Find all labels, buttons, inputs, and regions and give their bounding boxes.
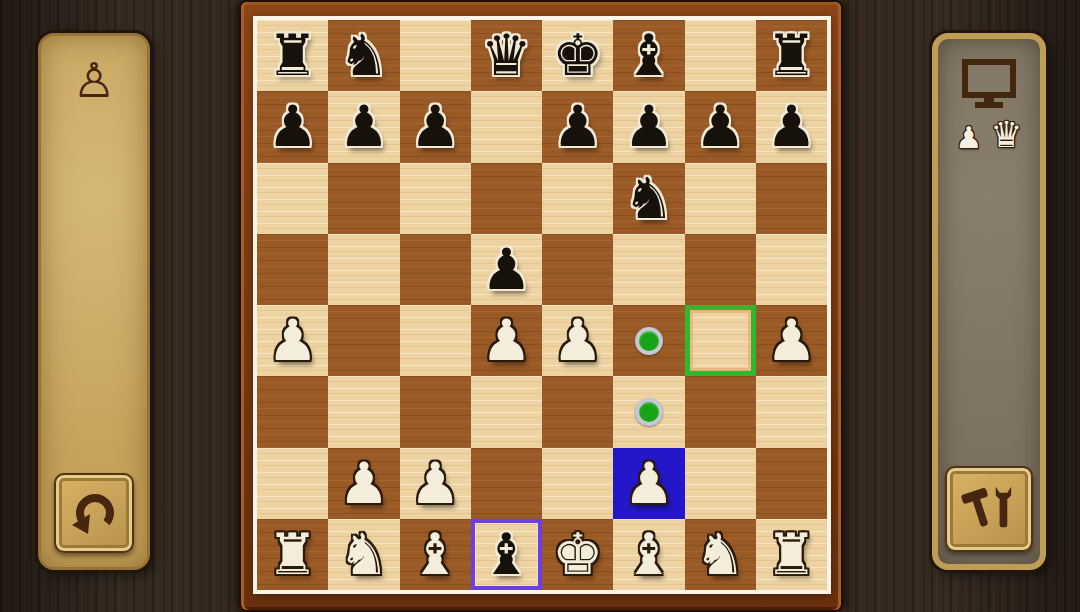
- square-c6[interactable]: [400, 163, 471, 234]
- square-e4[interactable]: ♟: [542, 305, 613, 376]
- piece-black-pawn: ♟: [267, 98, 318, 155]
- square-b3[interactable]: [328, 376, 399, 447]
- piece-black-pawn: ♟: [410, 98, 461, 155]
- square-e7[interactable]: ♟: [542, 91, 613, 162]
- square-d7[interactable]: [471, 91, 542, 162]
- square-e3[interactable]: [542, 376, 613, 447]
- square-b5[interactable]: [328, 234, 399, 305]
- board-inner-border: ♜♞♛♚♝♜♟♟♟♟♟♟♟♞♟♟♟♟♟♟♟♟♜♞♝♝♚♝♞♜: [253, 16, 831, 594]
- piece-white-knight: ♞: [338, 526, 389, 583]
- undo-button[interactable]: [54, 473, 134, 553]
- square-c4[interactable]: [400, 305, 471, 376]
- square-h5[interactable]: [756, 234, 827, 305]
- settings-button[interactable]: [945, 466, 1033, 552]
- computer-monitor-icon: [961, 59, 1017, 109]
- square-a6[interactable]: [257, 163, 328, 234]
- piece-black-king: ♚: [552, 27, 603, 84]
- player-panel-human: ♙: [38, 33, 150, 570]
- piece-white-pawn: ♟: [338, 455, 389, 512]
- square-h8[interactable]: ♜: [756, 20, 827, 91]
- square-a4[interactable]: ♟: [257, 305, 328, 376]
- piece-white-pawn: ♟: [766, 312, 817, 369]
- piece-black-queen: ♛: [481, 27, 532, 84]
- piece-white-king: ♚: [552, 526, 603, 583]
- square-c8[interactable]: [400, 20, 471, 91]
- square-h4[interactable]: ♟: [756, 305, 827, 376]
- piece-black-pawn: ♟: [552, 98, 603, 155]
- tools-icon: [960, 483, 1018, 535]
- legal-move-dot: [635, 398, 663, 426]
- square-g6[interactable]: [685, 163, 756, 234]
- square-d5[interactable]: ♟: [471, 234, 542, 305]
- piece-white-rook: ♜: [766, 526, 817, 583]
- square-e5[interactable]: [542, 234, 613, 305]
- square-d2[interactable]: [471, 448, 542, 519]
- square-a2[interactable]: [257, 448, 328, 519]
- square-c7[interactable]: ♟: [400, 91, 471, 162]
- square-h7[interactable]: ♟: [756, 91, 827, 162]
- square-g1[interactable]: ♞: [685, 519, 756, 590]
- square-b6[interactable]: [328, 163, 399, 234]
- square-f5[interactable]: [613, 234, 684, 305]
- square-g3[interactable]: [685, 376, 756, 447]
- square-a1[interactable]: ♜: [257, 519, 328, 590]
- square-d3[interactable]: [471, 376, 542, 447]
- piece-black-knight: ♞: [338, 27, 389, 84]
- square-b7[interactable]: ♟: [328, 91, 399, 162]
- square-h3[interactable]: [756, 376, 827, 447]
- square-g5[interactable]: [685, 234, 756, 305]
- square-f6[interactable]: ♞: [613, 163, 684, 234]
- white-pawn-icon: ♙: [72, 56, 115, 104]
- legal-move-dot: [635, 327, 663, 355]
- piece-black-rook: ♜: [267, 27, 318, 84]
- square-d8[interactable]: ♛: [471, 20, 542, 91]
- piece-white-pawn: ♟: [410, 455, 461, 512]
- piece-black-pawn: ♟: [623, 98, 674, 155]
- piece-white-pawn: ♟: [481, 312, 532, 369]
- square-d4[interactable]: ♟: [471, 305, 542, 376]
- square-h1[interactable]: ♜: [756, 519, 827, 590]
- square-e8[interactable]: ♚: [542, 20, 613, 91]
- square-f7[interactable]: ♟: [613, 91, 684, 162]
- piece-black-knight: ♞: [623, 170, 674, 227]
- captured-white-pawn-icon: ♟: [955, 123, 982, 153]
- piece-white-rook: ♜: [267, 526, 318, 583]
- piece-black-rook: ♜: [766, 27, 817, 84]
- square-g7[interactable]: ♟: [685, 91, 756, 162]
- square-f8[interactable]: ♝: [613, 20, 684, 91]
- captured-white-queen-icon: ♛: [990, 117, 1022, 153]
- square-d1[interactable]: ♝: [471, 519, 542, 590]
- square-c5[interactable]: [400, 234, 471, 305]
- piece-white-bishop: ♝: [623, 526, 674, 583]
- piece-black-bishop: ♝: [623, 27, 674, 84]
- piece-white-pawn: ♟: [552, 312, 603, 369]
- square-c3[interactable]: [400, 376, 471, 447]
- piece-white-bishop: ♝: [410, 526, 461, 583]
- piece-black-pawn: ♟: [695, 98, 746, 155]
- piece-black-pawn: ♟: [338, 98, 389, 155]
- chess-board: ♜♞♛♚♝♜♟♟♟♟♟♟♟♞♟♟♟♟♟♟♟♟♜♞♝♝♚♝♞♜: [257, 20, 827, 590]
- square-e6[interactable]: [542, 163, 613, 234]
- hammer-icon: [961, 487, 997, 530]
- square-e2[interactable]: [542, 448, 613, 519]
- undo-icon: [68, 487, 120, 539]
- square-f3[interactable]: [613, 376, 684, 447]
- square-a3[interactable]: [257, 376, 328, 447]
- square-g2[interactable]: [685, 448, 756, 519]
- app-background: ♙ ♜♞♛♚♝♜♟♟♟♟♟♟♟♞♟♟♟♟♟♟♟♟♜♞♝♝♚♝♞♜ ♟ ♛: [0, 0, 1080, 612]
- square-a8[interactable]: ♜: [257, 20, 328, 91]
- square-f4[interactable]: [613, 305, 684, 376]
- square-c2[interactable]: ♟: [400, 448, 471, 519]
- square-h6[interactable]: [756, 163, 827, 234]
- square-b1[interactable]: ♞: [328, 519, 399, 590]
- human-player-indicator: ♙: [41, 56, 147, 104]
- piece-black-pawn: ♟: [481, 241, 532, 298]
- square-b2[interactable]: ♟: [328, 448, 399, 519]
- piece-white-knight: ♞: [695, 526, 746, 583]
- square-g8[interactable]: [685, 20, 756, 91]
- player-panel-computer: ♟ ♛: [932, 33, 1046, 570]
- square-b4[interactable]: [328, 305, 399, 376]
- piece-black-pawn: ♟: [766, 98, 817, 155]
- square-c1[interactable]: ♝: [400, 519, 471, 590]
- square-f1[interactable]: ♝: [613, 519, 684, 590]
- board-frame: ♜♞♛♚♝♜♟♟♟♟♟♟♟♞♟♟♟♟♟♟♟♟♜♞♝♝♚♝♞♜: [241, 2, 841, 610]
- square-d6[interactable]: [471, 163, 542, 234]
- computer-player-indicator: [938, 59, 1040, 109]
- square-b8[interactable]: ♞: [328, 20, 399, 91]
- square-a5[interactable]: [257, 234, 328, 305]
- square-a7[interactable]: ♟: [257, 91, 328, 162]
- square-f2[interactable]: ♟: [613, 448, 684, 519]
- square-h2[interactable]: [756, 448, 827, 519]
- piece-white-pawn: ♟: [623, 455, 674, 512]
- square-g4[interactable]: [685, 305, 756, 376]
- piece-black-bishop: ♝: [481, 526, 532, 583]
- wrench-icon: [996, 487, 1011, 527]
- piece-white-pawn: ♟: [267, 312, 318, 369]
- captured-pieces-tray: ♟ ♛: [938, 117, 1040, 153]
- square-e1[interactable]: ♚: [542, 519, 613, 590]
